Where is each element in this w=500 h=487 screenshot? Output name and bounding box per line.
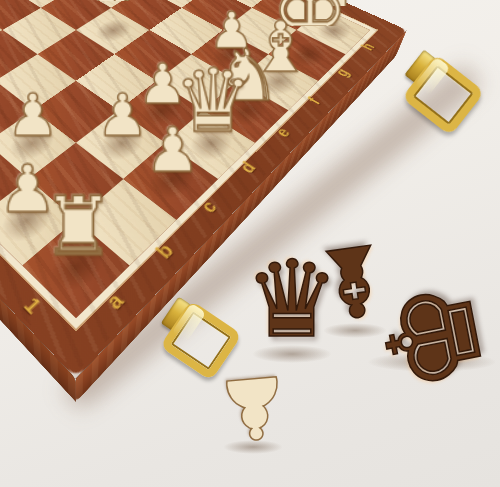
file-label-b: b [131,220,202,287]
square-a1: ♜ [23,220,130,318]
white-pawn-c1: ♟ [145,118,201,180]
white-pawn-b3: ♟ [7,85,59,144]
white-rook-a1: ♜ [42,186,115,268]
chess-set-photo: ♞♟♟♟♟♟♜♟♛♞♝♚♜ abcdefgh1 ♟♛♝♚ [0,0,500,487]
offboard-white-pawn: ♟ [213,363,295,453]
square-e4: ♞ [76,8,150,54]
offboard-black-king: ♚ [362,271,500,404]
white-pawn-c2: ♟ [96,85,148,144]
white-knight-e4: ♞ [87,0,143,31]
